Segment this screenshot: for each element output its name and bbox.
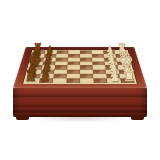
board-square bbox=[53, 78, 67, 83]
box-foot-left bbox=[16, 115, 29, 120]
board-grid bbox=[23, 50, 137, 84]
board-square bbox=[25, 78, 40, 83]
board-square bbox=[39, 78, 53, 83]
box-foot-right bbox=[131, 115, 144, 120]
board-square bbox=[120, 78, 135, 83]
chess-board-surface bbox=[13, 47, 147, 88]
board-square bbox=[107, 78, 121, 83]
chess-set-product-photo: ♜♞♝♛♚♝♞♜♟♟♟♟♟♟♟♟♟♟♟♟♟♟♟♟♜♞♝♛♚♝♞♜ bbox=[0, 0, 160, 160]
board-square bbox=[80, 78, 94, 83]
board-square bbox=[66, 78, 80, 83]
board-frame bbox=[13, 47, 147, 88]
board-storage-box-front bbox=[13, 88, 147, 117]
board-square bbox=[93, 78, 107, 83]
